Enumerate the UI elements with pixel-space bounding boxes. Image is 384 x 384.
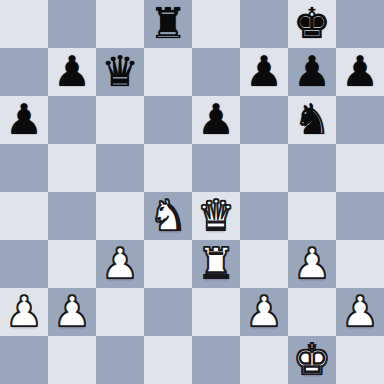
square-e2[interactable] [192,288,240,336]
square-b1[interactable] [48,336,96,384]
square-f2[interactable]: ♟ [240,288,288,336]
square-h4[interactable] [336,192,384,240]
white-pawn-a2[interactable]: ♟ [0,288,48,336]
square-c3[interactable]: ♟ [96,240,144,288]
square-h6[interactable] [336,96,384,144]
square-b5[interactable] [48,144,96,192]
black-rook-d8[interactable]: ♜ [144,0,192,48]
white-pawn-h2[interactable]: ♟ [336,288,384,336]
square-e5[interactable] [192,144,240,192]
white-king-g1[interactable]: ♚ [288,336,336,384]
black-pawn-g7[interactable]: ♟ [288,48,336,96]
square-f1[interactable] [240,336,288,384]
square-c5[interactable] [96,144,144,192]
square-a7[interactable] [0,48,48,96]
square-h7[interactable]: ♟ [336,48,384,96]
white-queen-e4[interactable]: ♛ [192,192,240,240]
black-queen-c7[interactable]: ♛ [96,48,144,96]
square-h2[interactable]: ♟ [336,288,384,336]
black-pawn-h7[interactable]: ♟ [336,48,384,96]
square-c1[interactable] [96,336,144,384]
square-f4[interactable] [240,192,288,240]
square-e6[interactable]: ♟ [192,96,240,144]
black-knight-g6[interactable]: ♞ [288,96,336,144]
square-a5[interactable] [0,144,48,192]
square-b7[interactable]: ♟ [48,48,96,96]
square-h8[interactable] [336,0,384,48]
square-c4[interactable] [96,192,144,240]
square-h3[interactable] [336,240,384,288]
square-d3[interactable] [144,240,192,288]
square-g8[interactable]: ♚ [288,0,336,48]
square-e1[interactable] [192,336,240,384]
square-d7[interactable] [144,48,192,96]
square-g3[interactable]: ♟ [288,240,336,288]
square-a1[interactable] [0,336,48,384]
square-c6[interactable] [96,96,144,144]
square-c7[interactable]: ♛ [96,48,144,96]
square-d6[interactable] [144,96,192,144]
chess-board: ♜♚♟♛♟♟♟♟♟♞♞♛♟♜♟♟♟♟♟♚ [0,0,384,384]
black-pawn-f7[interactable]: ♟ [240,48,288,96]
square-g2[interactable] [288,288,336,336]
white-pawn-f2[interactable]: ♟ [240,288,288,336]
square-c2[interactable] [96,288,144,336]
square-g6[interactable]: ♞ [288,96,336,144]
square-e3[interactable]: ♜ [192,240,240,288]
square-f7[interactable]: ♟ [240,48,288,96]
white-rook-e3[interactable]: ♜ [192,240,240,288]
square-b8[interactable] [48,0,96,48]
square-b4[interactable] [48,192,96,240]
square-g1[interactable]: ♚ [288,336,336,384]
square-e4[interactable]: ♛ [192,192,240,240]
square-e8[interactable] [192,0,240,48]
square-f3[interactable] [240,240,288,288]
square-f6[interactable] [240,96,288,144]
square-d4[interactable]: ♞ [144,192,192,240]
square-g5[interactable] [288,144,336,192]
square-h1[interactable] [336,336,384,384]
square-c8[interactable] [96,0,144,48]
square-f5[interactable] [240,144,288,192]
square-h5[interactable] [336,144,384,192]
black-pawn-e6[interactable]: ♟ [192,96,240,144]
white-knight-d4[interactable]: ♞ [144,192,192,240]
square-g4[interactable] [288,192,336,240]
square-a4[interactable] [0,192,48,240]
square-d2[interactable] [144,288,192,336]
square-b6[interactable] [48,96,96,144]
white-pawn-c3[interactable]: ♟ [96,240,144,288]
white-pawn-b2[interactable]: ♟ [48,288,96,336]
white-pawn-g3[interactable]: ♟ [288,240,336,288]
square-d8[interactable]: ♜ [144,0,192,48]
square-a3[interactable] [0,240,48,288]
square-a2[interactable]: ♟ [0,288,48,336]
square-a6[interactable]: ♟ [0,96,48,144]
square-e7[interactable] [192,48,240,96]
square-g7[interactable]: ♟ [288,48,336,96]
square-a8[interactable] [0,0,48,48]
black-pawn-a6[interactable]: ♟ [0,96,48,144]
black-pawn-b7[interactable]: ♟ [48,48,96,96]
square-b3[interactable] [48,240,96,288]
square-d1[interactable] [144,336,192,384]
black-king-g8[interactable]: ♚ [288,0,336,48]
square-b2[interactable]: ♟ [48,288,96,336]
square-f8[interactable] [240,0,288,48]
square-d5[interactable] [144,144,192,192]
